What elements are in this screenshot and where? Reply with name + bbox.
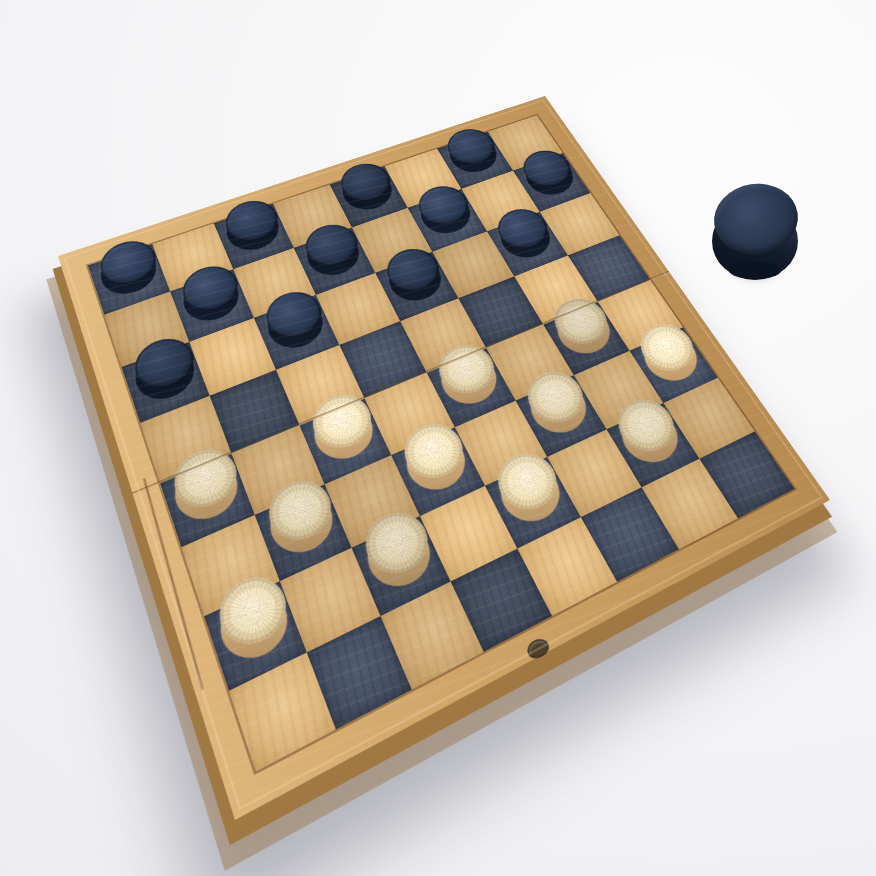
background xyxy=(0,0,876,876)
board-grid xyxy=(88,115,794,771)
loose-black-piece[interactable] xyxy=(705,182,805,292)
box-clasp xyxy=(524,636,551,662)
loose-piece-flange xyxy=(729,262,781,279)
